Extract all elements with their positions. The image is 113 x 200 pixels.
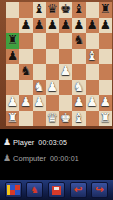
square-d5[interactable] bbox=[46, 49, 59, 65]
square-f6[interactable]: ♞ bbox=[72, 33, 85, 49]
square-h3[interactable] bbox=[99, 80, 112, 96]
red-piece-icon: ♞ bbox=[31, 185, 39, 195]
gray-pawn-icon: ♟ bbox=[3, 153, 11, 163]
redo-arrow-icon: ↪ bbox=[96, 185, 104, 195]
undo-move-button[interactable]: ↩ bbox=[70, 182, 87, 198]
square-f7[interactable]: ♟ bbox=[72, 18, 85, 34]
square-a7[interactable] bbox=[6, 18, 19, 34]
square-a2[interactable]: ♟ bbox=[6, 95, 19, 111]
square-c8[interactable]: ♝ bbox=[33, 2, 46, 18]
piece-white-rook: ♜ bbox=[100, 110, 111, 126]
square-c1[interactable] bbox=[33, 111, 46, 127]
redo-move-button[interactable]: ↪ bbox=[91, 182, 108, 198]
square-b4[interactable]: ♞ bbox=[19, 64, 32, 80]
square-c5[interactable] bbox=[33, 49, 46, 65]
piece-black-queen: ♛ bbox=[47, 2, 58, 18]
square-f5[interactable] bbox=[72, 49, 85, 65]
square-f2[interactable]: ♟ bbox=[72, 95, 85, 111]
square-b5[interactable] bbox=[19, 49, 32, 65]
player-clocks: ♟ Player 00:03:05 ♟ Computer 00:00:01 bbox=[3, 134, 77, 166]
square-b1[interactable] bbox=[19, 111, 32, 127]
chess-app-window: ♝♛♚♝♜♟♟♟♟♟♟♟♜♞♟♝♞♟♞♟♞♟♟♟♟♟♟♜♛♚♝♜ ♟ Playe… bbox=[0, 0, 113, 200]
square-d2[interactable] bbox=[46, 95, 59, 111]
player-row: ♟ Player 00:03:05 bbox=[3, 134, 77, 150]
square-h6[interactable] bbox=[99, 33, 112, 49]
square-g7[interactable]: ♟ bbox=[86, 18, 99, 34]
undo-arrow-icon: ↩ bbox=[74, 185, 82, 195]
piece-black-knight: ♞ bbox=[20, 64, 31, 80]
square-h4[interactable] bbox=[99, 64, 112, 80]
piece-black-pawn: ♟ bbox=[7, 48, 18, 64]
square-d7[interactable]: ♟ bbox=[46, 18, 59, 34]
square-h1[interactable]: ♜ bbox=[99, 111, 112, 127]
save-game-button[interactable] bbox=[48, 182, 65, 198]
square-g5[interactable]: ♝ bbox=[86, 49, 99, 65]
piece-black-rook: ♜ bbox=[100, 2, 111, 18]
square-e4[interactable]: ♟ bbox=[59, 64, 72, 80]
new-game-button[interactable] bbox=[5, 182, 22, 198]
piece-black-pawn: ♟ bbox=[20, 17, 31, 33]
square-h2[interactable]: ♟ bbox=[99, 95, 112, 111]
square-d1[interactable]: ♛ bbox=[46, 111, 59, 127]
square-f4[interactable] bbox=[72, 64, 85, 80]
square-b8[interactable] bbox=[19, 2, 32, 18]
piece-black-pawn: ♟ bbox=[47, 17, 58, 33]
square-f8[interactable]: ♝ bbox=[72, 2, 85, 18]
piece-white-rook: ♜ bbox=[7, 110, 18, 126]
piece-black-bishop: ♝ bbox=[73, 2, 84, 18]
square-h5[interactable] bbox=[99, 49, 112, 65]
square-f3[interactable]: ♞ bbox=[72, 80, 85, 96]
square-d8[interactable]: ♛ bbox=[46, 2, 59, 18]
square-g1[interactable] bbox=[86, 111, 99, 127]
square-h7[interactable]: ♟ bbox=[99, 18, 112, 34]
piece-white-pawn: ♟ bbox=[87, 95, 98, 111]
square-d6[interactable] bbox=[46, 33, 59, 49]
square-e5[interactable] bbox=[59, 49, 72, 65]
piece-white-knight: ♞ bbox=[73, 79, 84, 95]
square-b6[interactable] bbox=[19, 33, 32, 49]
square-c7[interactable]: ♟ bbox=[33, 18, 46, 34]
piece-white-bishop: ♝ bbox=[73, 110, 84, 126]
square-h8[interactable]: ♜ bbox=[99, 2, 112, 18]
piece-black-pawn: ♟ bbox=[73, 17, 84, 33]
white-pawn-icon: ♟ bbox=[3, 137, 11, 147]
piece-black-bishop: ♝ bbox=[34, 2, 45, 18]
piece-white-pawn: ♟ bbox=[47, 79, 58, 95]
square-g4[interactable] bbox=[86, 64, 99, 80]
open-game-button[interactable]: ♞ bbox=[26, 182, 43, 198]
square-e7[interactable]: ♟ bbox=[59, 18, 72, 34]
piece-black-pawn: ♟ bbox=[34, 17, 45, 33]
piece-white-knight: ♞ bbox=[34, 79, 45, 95]
piece-white-pawn: ♟ bbox=[20, 95, 31, 111]
red-disk-icon bbox=[52, 186, 61, 195]
square-a5[interactable]: ♟ bbox=[6, 49, 19, 65]
square-a6[interactable]: ♜ bbox=[6, 33, 19, 49]
board-grid-icon bbox=[7, 185, 20, 195]
player-clock: 00:03:05 bbox=[38, 139, 67, 146]
square-d3[interactable]: ♟ bbox=[46, 80, 59, 96]
square-c6[interactable] bbox=[33, 33, 46, 49]
piece-white-pawn: ♟ bbox=[34, 95, 45, 111]
square-g2[interactable]: ♟ bbox=[86, 95, 99, 111]
info-panel: ♟ Player 00:03:05 ♟ Computer 00:00:01 b8… bbox=[0, 129, 113, 180]
square-a3[interactable] bbox=[6, 80, 19, 96]
piece-black-pawn: ♟ bbox=[100, 17, 111, 33]
square-f1[interactable]: ♝ bbox=[72, 111, 85, 127]
square-g8[interactable] bbox=[86, 2, 99, 18]
square-e8[interactable]: ♚ bbox=[59, 2, 72, 18]
computer-clock: 00:00:01 bbox=[50, 155, 79, 162]
square-c4[interactable] bbox=[33, 64, 46, 80]
square-e1[interactable]: ♚ bbox=[59, 111, 72, 127]
square-b2[interactable]: ♟ bbox=[19, 95, 32, 111]
square-a8[interactable] bbox=[6, 2, 19, 18]
piece-white-bishop: ♝ bbox=[87, 48, 98, 64]
piece-black-knight: ♞ bbox=[73, 33, 84, 49]
piece-white-king: ♚ bbox=[60, 110, 71, 126]
square-a4[interactable] bbox=[6, 64, 19, 80]
chess-board[interactable]: ♝♛♚♝♜♟♟♟♟♟♟♟♜♞♟♝♞♟♞♟♞♟♟♟♟♟♟♜♛♚♝♜ bbox=[6, 2, 112, 126]
computer-name: Computer bbox=[13, 154, 46, 163]
piece-black-pawn: ♟ bbox=[87, 17, 98, 33]
player-name: Player bbox=[13, 138, 34, 147]
piece-black-pawn: ♟ bbox=[60, 17, 71, 33]
piece-white-queen: ♛ bbox=[47, 110, 58, 126]
toolbar: ♞ ↩ ↪ bbox=[0, 180, 113, 200]
computer-row: ♟ Computer 00:00:01 bbox=[3, 150, 77, 166]
piece-white-pawn: ♟ bbox=[100, 95, 111, 111]
square-b7[interactable]: ♟ bbox=[19, 18, 32, 34]
square-b3[interactable] bbox=[19, 80, 32, 96]
square-a1[interactable]: ♜ bbox=[6, 111, 19, 127]
piece-white-pawn: ♟ bbox=[73, 95, 84, 111]
square-g3[interactable] bbox=[86, 80, 99, 96]
square-c2[interactable]: ♟ bbox=[33, 95, 46, 111]
square-e6[interactable] bbox=[59, 33, 72, 49]
piece-white-pawn: ♟ bbox=[60, 64, 71, 80]
square-c3[interactable]: ♞ bbox=[33, 80, 46, 96]
square-g6[interactable] bbox=[86, 33, 99, 49]
square-e3[interactable] bbox=[59, 80, 72, 96]
piece-black-king: ♚ bbox=[60, 2, 71, 18]
square-e2[interactable] bbox=[59, 95, 72, 111]
piece-black-rook: ♜ bbox=[7, 33, 18, 49]
piece-white-pawn: ♟ bbox=[7, 95, 18, 111]
board-frame: ♝♛♚♝♜♟♟♟♟♟♟♟♜♞♟♝♞♟♞♟♞♟♟♟♟♟♟♜♛♚♝♜ bbox=[0, 0, 113, 129]
square-d4[interactable] bbox=[46, 64, 59, 80]
